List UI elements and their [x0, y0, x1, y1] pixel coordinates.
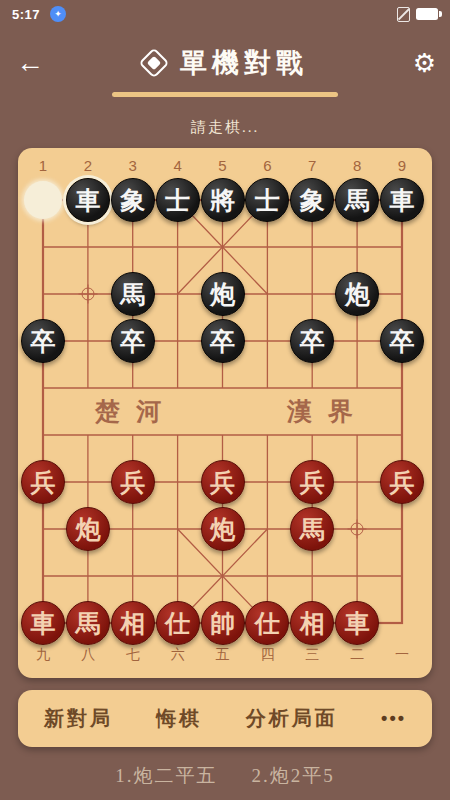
piece-black-象[interactable]: 象 — [290, 178, 334, 222]
piece-red-車[interactable]: 車 — [21, 601, 65, 645]
analyze-position-button[interactable]: 分析局面 — [246, 705, 338, 732]
piece-red-相[interactable]: 相 — [290, 601, 334, 645]
status-bar: 5:17 ✦ — [0, 0, 450, 28]
move-list: 1.炮二平五 2.炮2平5 — [0, 763, 450, 789]
file-number-bottom: 八 — [81, 646, 95, 664]
file-number-top: 7 — [308, 157, 316, 174]
file-number-top: 8 — [353, 157, 361, 174]
river-label-right: 漢界 — [271, 395, 369, 428]
title-underline — [112, 92, 338, 97]
piece-red-仕[interactable]: 仕 — [156, 601, 200, 645]
file-number-top: 1 — [39, 157, 47, 174]
notification-icon: ✦ — [50, 6, 66, 22]
file-number-bottom: 九 — [36, 646, 50, 664]
piece-red-相[interactable]: 相 — [111, 601, 155, 645]
file-number-bottom: 三 — [305, 646, 319, 664]
turn-status-message: 請走棋... — [0, 118, 450, 137]
river-label-left: 楚河 — [79, 395, 177, 428]
battery-icon — [416, 8, 438, 20]
piece-black-卒[interactable]: 卒 — [21, 319, 65, 363]
cannon-point-marker — [351, 523, 364, 536]
piece-red-兵[interactable]: 兵 — [111, 460, 155, 504]
undo-move-button[interactable]: 悔棋 — [156, 705, 202, 732]
move-entry: 2.炮2平5 — [252, 763, 335, 789]
cannon-point-marker — [81, 288, 94, 301]
move-entry: 1.炮二平五 — [115, 763, 217, 789]
piece-black-卒[interactable]: 卒 — [290, 319, 334, 363]
file-number-top: 4 — [173, 157, 181, 174]
file-number-bottom: 四 — [260, 646, 274, 664]
back-arrow-icon[interactable]: ← — [16, 38, 44, 88]
more-options-button[interactable]: ••• — [381, 708, 406, 729]
new-game-button[interactable]: 新對局 — [44, 705, 113, 732]
app-header: ← 單機對戰 ⚙ — [0, 38, 450, 88]
piece-red-炮[interactable]: 炮 — [201, 507, 245, 551]
piece-red-兵[interactable]: 兵 — [201, 460, 245, 504]
piece-black-車[interactable]: 車 — [66, 178, 110, 222]
file-number-bottom: 六 — [171, 646, 185, 664]
piece-black-卒[interactable]: 卒 — [201, 319, 245, 363]
piece-red-炮[interactable]: 炮 — [66, 507, 110, 551]
page-title: 單機對戰 — [180, 45, 308, 81]
piece-black-車[interactable]: 車 — [380, 178, 424, 222]
file-number-top: 9 — [398, 157, 406, 174]
piece-black-士[interactable]: 士 — [156, 178, 200, 222]
piece-black-卒[interactable]: 卒 — [380, 319, 424, 363]
piece-red-馬[interactable]: 馬 — [290, 507, 334, 551]
piece-black-卒[interactable]: 卒 — [111, 319, 155, 363]
piece-red-兵[interactable]: 兵 — [290, 460, 334, 504]
piece-black-炮[interactable]: 炮 — [201, 272, 245, 316]
file-number-top: 2 — [84, 157, 92, 174]
piece-red-兵[interactable]: 兵 — [21, 460, 65, 504]
piece-black-將[interactable]: 將 — [201, 178, 245, 222]
xiangqi-board[interactable]: 楚河 漢界 123456789九八七六五四三二一車象士將士象馬車馬炮炮卒卒卒卒卒… — [18, 148, 432, 678]
piece-black-馬[interactable]: 馬 — [335, 178, 379, 222]
file-number-bottom: 一 — [395, 646, 409, 664]
file-number-top: 3 — [129, 157, 137, 174]
piece-red-馬[interactable]: 馬 — [66, 601, 110, 645]
file-number-bottom: 七 — [126, 646, 140, 664]
last-move-from-highlight — [24, 181, 62, 219]
file-number-bottom: 二 — [350, 646, 364, 664]
piece-black-馬[interactable]: 馬 — [111, 272, 155, 316]
file-number-bottom: 五 — [216, 646, 230, 664]
app-logo-diamond-icon — [142, 51, 166, 75]
piece-black-炮[interactable]: 炮 — [335, 272, 379, 316]
piece-red-仕[interactable]: 仕 — [245, 601, 289, 645]
settings-gear-icon[interactable]: ⚙ — [413, 38, 436, 88]
piece-red-兵[interactable]: 兵 — [380, 460, 424, 504]
action-bar: 新對局 悔棋 分析局面 ••• — [18, 690, 432, 747]
piece-black-士[interactable]: 士 — [245, 178, 289, 222]
piece-red-帥[interactable]: 帥 — [201, 601, 245, 645]
piece-black-象[interactable]: 象 — [111, 178, 155, 222]
piece-red-車[interactable]: 車 — [335, 601, 379, 645]
clock-time: 5:17 — [12, 7, 40, 22]
no-sim-icon — [397, 7, 410, 22]
file-number-top: 5 — [218, 157, 226, 174]
file-number-top: 6 — [263, 157, 271, 174]
